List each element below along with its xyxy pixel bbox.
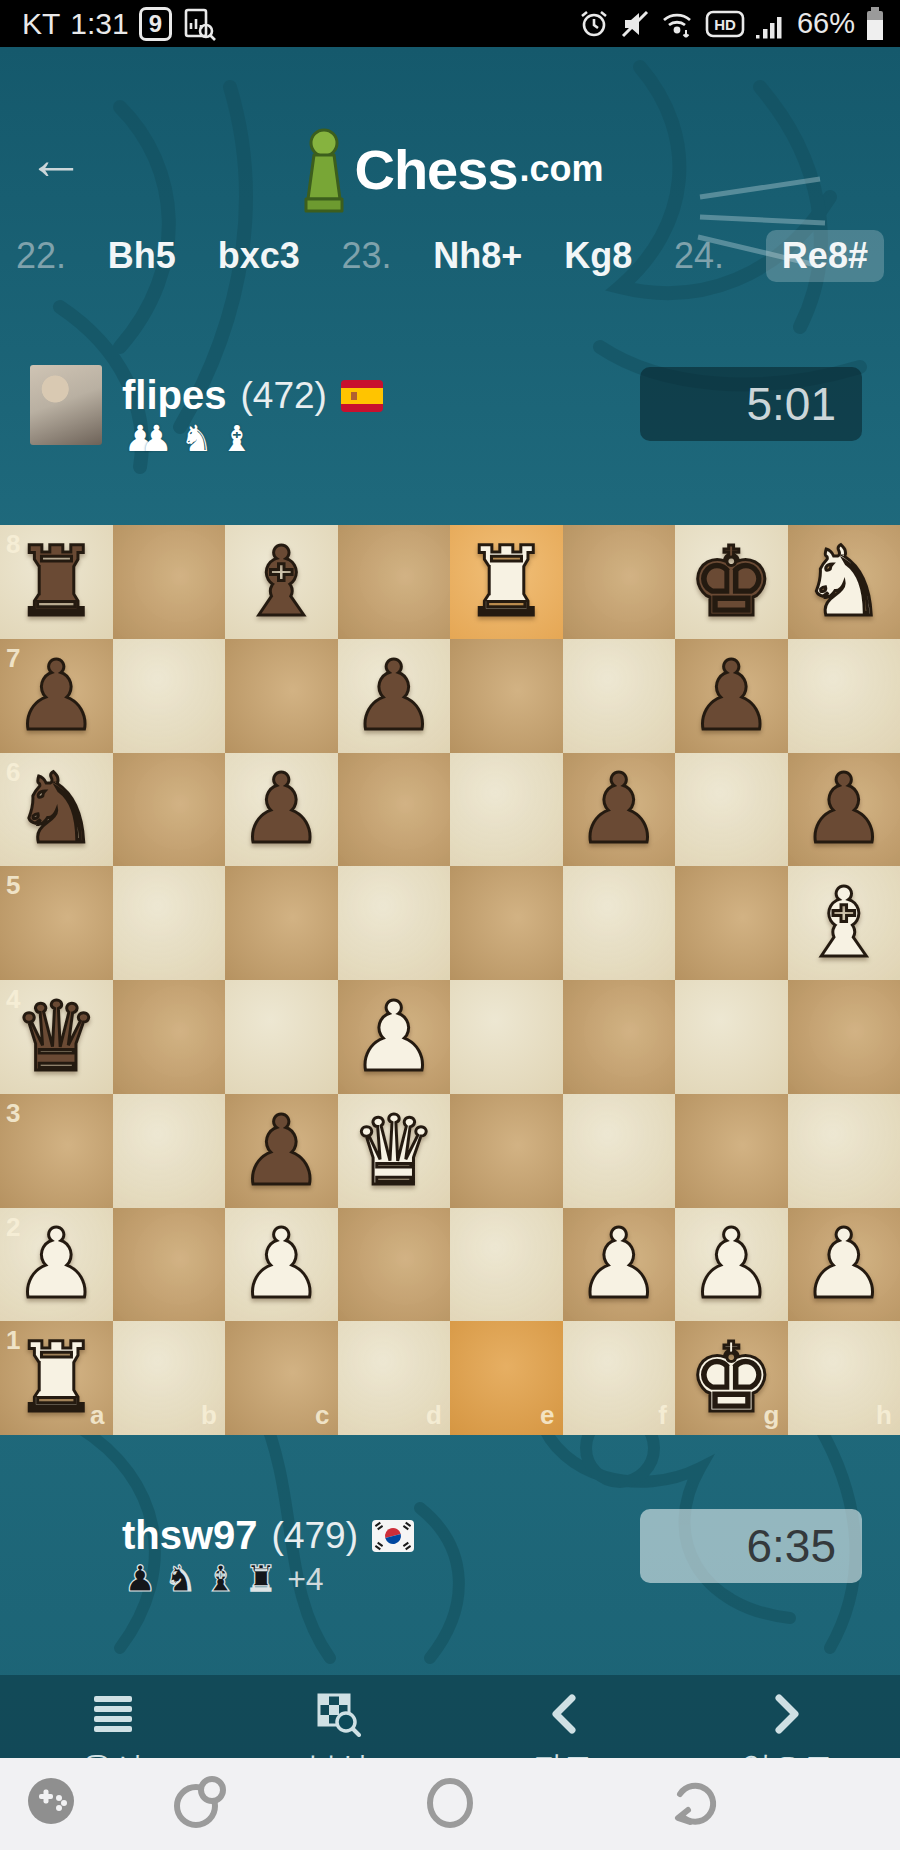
square-c5[interactable] [225,866,338,980]
captured-white-bishop: ♝ [221,419,253,459]
battery-percent: 66% [797,7,855,40]
black-pawn-h6[interactable]: ♟ [801,761,887,857]
square-d3[interactable]: ♛ [338,1094,451,1208]
square-a7[interactable]: 7♟ [0,639,113,753]
square-d4[interactable]: ♟ [338,980,451,1094]
top-player-name[interactable]: flipes [122,373,226,418]
recents-icon[interactable] [172,1776,228,1834]
file-label-h: h [876,1400,892,1431]
square-h7[interactable] [788,639,900,753]
square-d1[interactable]: d [338,1321,451,1435]
square-d5[interactable] [338,866,451,980]
square-d8[interactable] [338,525,451,639]
carrier-label: KT [22,7,60,41]
square-c2[interactable]: ♟ [225,1208,338,1322]
square-h1[interactable]: h [788,1321,900,1435]
white-pawn-d4[interactable]: ♟ [351,989,437,1085]
captured-black-bishop: ♝ [205,1559,237,1599]
square-h8[interactable]: ♞ [788,525,900,639]
square-g4[interactable] [675,980,788,1094]
move-san[interactable]: Bh5 [108,235,176,277]
square-b2[interactable] [113,1208,226,1322]
square-e7[interactable] [450,639,563,753]
chart-search-icon [182,7,216,41]
square-h6[interactable]: ♟ [788,753,900,867]
move-san[interactable]: Kg8 [564,235,632,277]
chesscom-pawn-icon [296,123,352,215]
notification-nine-icon: 9 [139,7,172,41]
avatar-top-player[interactable] [30,365,102,445]
captured-black-rook: ♜ [245,1559,277,1599]
home-icon[interactable] [424,1776,476,1834]
square-f6[interactable]: ♟ [563,753,676,867]
square-a6[interactable]: 6♞ [0,753,113,867]
chevron-right-icon [771,1691,805,1737]
move-number: 22. [16,235,66,277]
black-pawn-g7[interactable]: ♟ [688,648,774,744]
square-e2[interactable] [450,1208,563,1322]
rank-label-5: 5 [6,870,20,901]
battery-icon [864,6,886,42]
south-korea-flag-icon [372,1520,414,1552]
black-pawn-d7[interactable]: ♟ [351,648,437,744]
white-pawn-a2[interactable]: ♟ [13,1216,99,1312]
hd-icon: HD [705,9,745,39]
android-nav-bar [0,1758,900,1850]
white-bishop-h5[interactable]: ♝ [801,875,887,971]
square-g1[interactable]: g♚ [675,1321,788,1435]
clock-time: 1:31 [70,7,128,41]
chevron-left-icon [546,1691,580,1737]
top-clock-time: 5:01 [746,377,836,431]
black-rook-a8[interactable]: ♜ [13,534,99,630]
top-player-rating: (472) [240,375,326,417]
rank-label-3: 3 [6,1098,20,1129]
square-b3[interactable] [113,1094,226,1208]
white-pawn-f2[interactable]: ♟ [576,1216,662,1312]
white-pawn-h2[interactable]: ♟ [801,1216,887,1312]
captured-black-pawn: ♟ [124,1559,156,1599]
options-list-icon [90,1691,136,1737]
square-b5[interactable] [113,866,226,980]
square-f4[interactable] [563,980,676,1094]
wifi-icon [660,8,696,40]
square-g2[interactable]: ♟ [675,1208,788,1322]
black-pawn-a7[interactable]: ♟ [13,648,99,744]
move-san[interactable]: Nh8+ [433,235,522,277]
square-e6[interactable] [450,753,563,867]
white-queen-d3[interactable]: ♛ [351,1103,437,1199]
square-e1[interactable]: e [450,1321,563,1435]
square-g7[interactable]: ♟ [675,639,788,753]
captured-black-knight: ♞ [164,1559,196,1599]
file-label-b: b [201,1400,217,1431]
square-g5[interactable] [675,866,788,980]
square-h3[interactable] [788,1094,900,1208]
status-bar: KT 1:31 9 [0,0,900,47]
square-c6[interactable]: ♟ [225,753,338,867]
square-a4[interactable]: 4♛ [0,980,113,1094]
white-pawn-g2[interactable]: ♟ [688,1216,774,1312]
captured-pieces-bottom: ♟ ♞ ♝ ♜ +4 [124,1559,324,1599]
top-player-clock: 5:01 [640,367,862,441]
square-a3[interactable]: 3 [0,1094,113,1208]
captured-pieces-top: ♟ ♟ ♞ ♝ [124,419,253,459]
logo-text-chess: Chess [354,137,517,202]
analysis-board-icon [315,1691,361,1737]
game-tools-icon[interactable] [26,1776,76,1830]
captured-white-pawn: ♟ [140,419,172,459]
square-c8[interactable]: ♝ [225,525,338,639]
spain-flag-icon [341,380,383,412]
app-background: ← Chess .com 22. Bh5 bxc3 23. Nh8+ Kg8 2… [0,47,900,1758]
white-king-g1[interactable]: ♚ [688,1330,774,1426]
white-rook-e8[interactable]: ♜ [463,534,549,630]
captured-white-knight: ♞ [181,419,213,459]
square-g8[interactable]: ♚ [675,525,788,639]
square-d2[interactable] [338,1208,451,1322]
square-h4[interactable] [788,980,900,1094]
square-a5[interactable]: 5 [0,866,113,980]
square-a8[interactable]: 8♜ [0,525,113,639]
square-e5[interactable] [450,866,563,980]
square-f1[interactable]: f [563,1321,676,1435]
file-label-f: f [658,1400,667,1431]
bottom-player-clock: 6:35 [640,1509,862,1583]
square-c3[interactable]: ♟ [225,1094,338,1208]
square-f2[interactable]: ♟ [563,1208,676,1322]
square-f5[interactable] [563,866,676,980]
move-list: 22. Bh5 bxc3 23. Nh8+ Kg8 24. Re8# [0,230,900,282]
top-player-info: flipes (472) [122,373,383,418]
logo-text-com: .com [520,148,604,190]
square-g6[interactable] [675,753,788,867]
square-e8[interactable]: ♜ [450,525,563,639]
square-f7[interactable] [563,639,676,753]
black-pawn-c3[interactable]: ♟ [238,1103,324,1199]
square-b1[interactable]: b [113,1321,226,1435]
black-king-g8[interactable]: ♚ [688,534,774,630]
back-icon[interactable] [668,1776,724,1834]
bottom-clock-time: 6:35 [746,1519,836,1573]
square-b4[interactable] [113,980,226,1094]
square-c4[interactable] [225,980,338,1094]
square-f8[interactable] [563,525,676,639]
chess-board: 8♜♝♜♚♞7♟♟♟6♞♟♟♟5♝4♛♟3♟♛2♟♟♟♟♟1a♜bcdefg♚h [0,525,900,1435]
file-label-e: e [540,1400,554,1431]
move-san-current[interactable]: Re8# [766,230,884,282]
square-a2[interactable]: 2♟ [0,1208,113,1322]
status-left: KT 1:31 9 [0,7,216,41]
white-knight-h8[interactable]: ♞ [801,534,887,630]
status-right: HD 66% [578,6,900,42]
square-f3[interactable] [563,1094,676,1208]
alarm-icon [578,8,610,40]
move-number: 24. [674,235,724,277]
bottom-player-name[interactable]: thsw97 [122,1513,258,1558]
square-c7[interactable] [225,639,338,753]
chesscom-logo: Chess .com [0,109,900,229]
square-e4[interactable] [450,980,563,1094]
square-a1[interactable]: 1a♜ [0,1321,113,1435]
square-c1[interactable]: c [225,1321,338,1435]
bottom-player-info: thsw97 (479) [122,1513,414,1558]
square-h2[interactable]: ♟ [788,1208,900,1322]
black-pawn-f6[interactable]: ♟ [576,761,662,857]
signal-icon [754,9,788,39]
square-b8[interactable] [113,525,226,639]
mute-icon [619,8,651,40]
file-label-c: c [315,1400,329,1431]
square-h5[interactable]: ♝ [788,866,900,980]
bottom-player-rating: (479) [272,1515,358,1557]
material-advantage: +4 [287,1559,323,1599]
black-pawn-c6[interactable]: ♟ [238,761,324,857]
square-b6[interactable] [113,753,226,867]
square-d7[interactable]: ♟ [338,639,451,753]
black-knight-a6[interactable]: ♞ [13,761,99,857]
white-pawn-c2[interactable]: ♟ [238,1216,324,1312]
white-rook-a1[interactable]: ♜ [13,1330,99,1426]
file-label-d: d [426,1400,442,1431]
square-d6[interactable] [338,753,451,867]
black-queen-a4[interactable]: ♛ [13,989,99,1085]
svg-text:HD: HD [714,16,736,33]
move-san[interactable]: bxc3 [218,235,300,277]
square-e3[interactable] [450,1094,563,1208]
black-bishop-c8[interactable]: ♝ [238,534,324,630]
square-b7[interactable] [113,639,226,753]
square-g3[interactable] [675,1094,788,1208]
avatar-bottom-player[interactable] [30,1505,102,1585]
move-number: 23. [342,235,392,277]
